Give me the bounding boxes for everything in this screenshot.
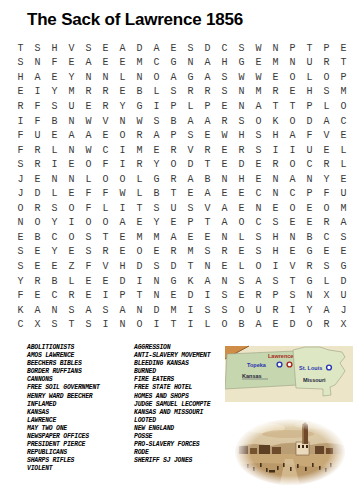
grid-cell: I — [199, 288, 216, 303]
grid-cell: D — [335, 274, 352, 289]
grid-cell: A — [63, 128, 80, 143]
grid-cell: F — [97, 157, 114, 172]
grid-cell: E — [335, 41, 352, 56]
word-list-item: VIOLENT — [27, 465, 100, 473]
grid-cell: R — [199, 143, 216, 158]
grid-cell: W — [131, 114, 148, 129]
grid-cell: R — [233, 143, 250, 158]
grid-cell: E — [284, 245, 301, 260]
grid-cell: F — [29, 99, 46, 114]
label-topeka: Topeka — [247, 362, 267, 368]
grid-cell: S — [29, 41, 46, 56]
grid-cell: S — [97, 303, 114, 318]
grid-cell: G — [131, 99, 148, 114]
grid-cell: J — [12, 172, 29, 187]
grid-cell: A — [29, 70, 46, 85]
grid-cell: Y — [114, 99, 131, 114]
word-list-item: AGGRESSION — [134, 344, 210, 352]
grid-cell: E — [301, 216, 318, 231]
grid-cell: R — [318, 56, 335, 71]
word-list-item: FREE STATE HOTEL — [134, 384, 210, 392]
grid-cell: A — [80, 56, 97, 71]
grid-cell: M — [131, 230, 148, 245]
grid-cell: E — [148, 245, 165, 260]
grid-cell: R — [29, 274, 46, 289]
grid-cell: E — [29, 172, 46, 187]
grid-cell: L — [233, 259, 250, 274]
grid-cell: F — [318, 186, 335, 201]
word-list-item: RODE — [134, 449, 210, 457]
grid-cell: Y — [63, 70, 80, 85]
grid-cell: I — [46, 157, 63, 172]
grid-cell: T — [97, 230, 114, 245]
grid-cell: E — [318, 143, 335, 158]
grid-cell: W — [216, 128, 233, 143]
grid-cell: D — [301, 114, 318, 129]
grid-cell: Y — [12, 274, 29, 289]
grid-cell: O — [80, 216, 97, 231]
grid-cell: A — [114, 303, 131, 318]
grid-cell: S — [46, 201, 63, 216]
grid-cell: E — [63, 157, 80, 172]
grid-cell: T — [199, 157, 216, 172]
grid-cell: T — [301, 41, 318, 56]
grid-cell: S — [12, 259, 29, 274]
grid-cell: I — [97, 288, 114, 303]
word-list-item: BORDER RUFFIANS — [27, 368, 100, 376]
grid-cell: C — [46, 230, 63, 245]
grid-cell: A — [165, 230, 182, 245]
word-list-item: FIRE EATERS — [134, 376, 210, 384]
grid-cell: G — [233, 56, 250, 71]
grid-cell: N — [267, 172, 284, 187]
label-kansas: Kansas — [242, 373, 262, 379]
grid-cell: T — [182, 259, 199, 274]
grid-cell: G — [301, 274, 318, 289]
grid-cell: C — [301, 157, 318, 172]
grid-cell: V — [318, 128, 335, 143]
grid-cell: C — [284, 186, 301, 201]
grid-cell: M — [335, 85, 352, 100]
grid-cell: S — [250, 230, 267, 245]
grid-cell: L — [335, 143, 352, 158]
grid-cell: W — [250, 70, 267, 85]
grid-cell: E — [216, 186, 233, 201]
grid-cell: E — [199, 230, 216, 245]
grid-cell: S — [250, 128, 267, 143]
grid-cell: O — [318, 70, 335, 85]
grid-cell: N — [301, 288, 318, 303]
grid-cell: N — [284, 56, 301, 71]
word-list-item: PRESIDENT PIERCE — [27, 441, 100, 449]
grid-cell: R — [131, 128, 148, 143]
grid-cell: F — [29, 114, 46, 129]
grid-cell: A — [199, 186, 216, 201]
grid-cell: O — [284, 114, 301, 129]
grid-cell: D — [284, 317, 301, 332]
grid-cell: H — [12, 70, 29, 85]
grid-cell: B — [46, 114, 63, 129]
grid-cell: N — [80, 70, 97, 85]
grid-cell: E — [165, 41, 182, 56]
word-list-item: ABOLITIONISTS — [27, 344, 100, 352]
grid-cell: P — [335, 70, 352, 85]
word-list-item: HENRY WARD BEECHER — [27, 393, 100, 401]
grid-cell: R — [165, 143, 182, 158]
grid-cell: E — [301, 201, 318, 216]
grid-cell: P — [114, 288, 131, 303]
grid-cell: P — [165, 99, 182, 114]
grid-cell: E — [250, 157, 267, 172]
grid-cell: S — [46, 317, 63, 332]
grid-cell: U — [335, 288, 352, 303]
grid-cell: O — [63, 201, 80, 216]
grid-cell: H — [46, 41, 63, 56]
grid-cell: S — [216, 70, 233, 85]
grid-cell: L — [318, 274, 335, 289]
grid-cell: E — [284, 216, 301, 231]
grid-cell: P — [284, 41, 301, 56]
word-search-grid: TSHVSEADAESDCSWNPTPESNFEAEEMCGNAHGEMNURT… — [12, 41, 352, 332]
grid-cell: S — [80, 230, 97, 245]
grid-cell: I — [97, 317, 114, 332]
grid-cell: N — [29, 56, 46, 71]
grid-cell: D — [199, 41, 216, 56]
marker-lawrence-icon — [287, 362, 292, 367]
grid-cell: A — [199, 56, 216, 71]
grid-cell: S — [233, 114, 250, 129]
grid-cell: X — [335, 317, 352, 332]
grid-cell: F — [80, 259, 97, 274]
grid-cell: O — [114, 128, 131, 143]
grid-cell: A — [250, 317, 267, 332]
word-list-item: AMOS LAWRENCE — [27, 352, 100, 360]
grid-cell: E — [80, 274, 97, 289]
grid-cell: V — [182, 143, 199, 158]
grid-cell: S — [80, 317, 97, 332]
grid-cell: A — [250, 274, 267, 289]
grid-cell: I — [148, 99, 165, 114]
grid-cell: E — [335, 172, 352, 187]
grid-cell: A — [182, 172, 199, 187]
grid-cell: E — [233, 186, 250, 201]
word-list-item: LAWRENCE — [27, 417, 100, 425]
grid-cell: Y — [318, 172, 335, 187]
grid-cell: K — [267, 114, 284, 129]
grid-cell: F — [301, 128, 318, 143]
word-list-item: FREE SOIL GOVERNMENT — [27, 384, 100, 392]
grid-cell: I — [12, 114, 29, 129]
grid-cell: A — [148, 128, 165, 143]
grid-cell: N — [216, 172, 233, 187]
grid-cell: D — [114, 274, 131, 289]
grid-cell: N — [267, 186, 284, 201]
grid-cell: B — [165, 114, 182, 129]
grid-cell: R — [267, 157, 284, 172]
grid-cell: H — [233, 172, 250, 187]
grid-cell: F — [46, 56, 63, 71]
word-list-item: CANNONS — [27, 376, 100, 384]
grid-cell: L — [318, 99, 335, 114]
grid-cell: O — [165, 157, 182, 172]
grid-cell: A — [148, 41, 165, 56]
grid-cell: W — [250, 41, 267, 56]
grid-cell: X — [318, 288, 335, 303]
grid-cell: R — [301, 259, 318, 274]
grid-cell: E — [267, 317, 284, 332]
grid-cell: R — [318, 317, 335, 332]
grid-cell: T — [284, 99, 301, 114]
grid-cell: R — [250, 288, 267, 303]
marker-st-louis-icon — [327, 365, 332, 370]
word-list-item: JUDGE SAMUEL LECOMPTE — [134, 401, 210, 409]
grid-cell: G — [165, 56, 182, 71]
grid-cell: E — [216, 99, 233, 114]
grid-cell: N — [182, 56, 199, 71]
grid-cell: E — [46, 128, 63, 143]
grid-cell: S — [148, 114, 165, 129]
grid-cell: E — [97, 128, 114, 143]
grid-cell: O — [97, 172, 114, 187]
grid-cell: M — [335, 201, 352, 216]
grid-cell: N — [148, 288, 165, 303]
grid-cell: R — [80, 85, 97, 100]
grid-cell: L — [233, 230, 250, 245]
grid-cell: U — [301, 143, 318, 158]
grid-cell: O — [131, 245, 148, 260]
word-list-item: HOMES AND SHOPS — [134, 393, 210, 401]
grid-cell: N — [97, 70, 114, 85]
grid-cell: A — [182, 114, 199, 129]
grid-cell: L — [182, 99, 199, 114]
grid-cell: N — [148, 274, 165, 289]
grid-cell: R — [12, 99, 29, 114]
grid-cell: O — [80, 157, 97, 172]
grid-cell: I — [148, 317, 165, 332]
grid-cell: L — [80, 172, 97, 187]
grid-cell: E — [114, 85, 131, 100]
grid-cell: E — [97, 41, 114, 56]
grid-cell: B — [46, 274, 63, 289]
grid-cell: M — [165, 303, 182, 318]
grid-cell: R — [165, 172, 182, 187]
grid-cell: I — [114, 157, 131, 172]
grid-cell: V — [97, 114, 114, 129]
grid-cell: O — [301, 317, 318, 332]
grid-cell: Y — [301, 303, 318, 318]
grid-cell: A — [114, 41, 131, 56]
grid-cell: S — [148, 259, 165, 274]
grid-cell: E — [80, 99, 97, 114]
grid-cell: N — [250, 201, 267, 216]
grid-cell: R — [199, 85, 216, 100]
word-list-item: NEWSPAPER OFFICES — [27, 433, 100, 441]
grid-cell: O — [318, 201, 335, 216]
grid-cell: H — [114, 259, 131, 274]
word-list-item: REPUBLICANS — [27, 449, 100, 457]
grid-cell: E — [335, 245, 352, 260]
word-list-column1: ABOLITIONISTSAMOS LAWRENCEBEECHERS BIBLE… — [27, 344, 100, 474]
grid-cell: S — [63, 303, 80, 318]
grid-cell: N — [216, 230, 233, 245]
grid-cell: E — [12, 85, 29, 100]
grid-cell: A — [318, 114, 335, 129]
grid-cell: G — [182, 70, 199, 85]
grid-cell: S — [335, 230, 352, 245]
grid-cell: A — [114, 216, 131, 231]
grid-cell: X — [29, 317, 46, 332]
grid-cell: A — [216, 201, 233, 216]
label-st-louis: St. Louis — [299, 365, 322, 371]
grid-cell: C — [12, 317, 29, 332]
grid-cell: I — [182, 303, 199, 318]
grid-cell: A — [250, 99, 267, 114]
grid-cell: T — [335, 56, 352, 71]
grid-cell: C — [97, 143, 114, 158]
grid-cell: S — [46, 99, 63, 114]
grid-cell: R — [97, 245, 114, 260]
grid-cell: S — [216, 85, 233, 100]
grid-cell: S — [199, 245, 216, 260]
word-list-item: MAY TWO ONE — [27, 425, 100, 433]
grid-cell: E — [267, 201, 284, 216]
grid-cell: E — [114, 56, 131, 71]
grid-cell: O — [284, 70, 301, 85]
grid-cell: L — [63, 274, 80, 289]
grid-cell: R — [97, 85, 114, 100]
grid-cell: S — [182, 128, 199, 143]
grid-cell: Y — [148, 216, 165, 231]
grid-cell: E — [233, 288, 250, 303]
grid-cell: E — [216, 143, 233, 158]
grid-cell: U — [165, 201, 182, 216]
grid-cell: Y — [46, 216, 63, 231]
grid-cell: D — [29, 186, 46, 201]
grid-cell: Y — [46, 85, 63, 100]
grid-cell: U — [29, 128, 46, 143]
grid-cell: R — [165, 245, 182, 260]
grid-cell: E — [63, 245, 80, 260]
grid-cell: I — [284, 303, 301, 318]
grid-cell: A — [284, 172, 301, 187]
grid-cell: D — [131, 259, 148, 274]
grid-cell: M — [131, 143, 148, 158]
grid-cell: E — [216, 157, 233, 172]
grid-cell: M — [182, 245, 199, 260]
grid-cell: I — [284, 143, 301, 158]
grid-cell: U — [335, 186, 352, 201]
grid-cell: F — [80, 201, 97, 216]
grid-cell: E — [29, 245, 46, 260]
grid-cell: E — [97, 274, 114, 289]
grid-cell: L — [199, 317, 216, 332]
grid-cell: A — [284, 128, 301, 143]
grid-cell: A — [318, 303, 335, 318]
grid-cell: S — [165, 85, 182, 100]
grid-cell: P — [165, 128, 182, 143]
grid-cell: C — [250, 216, 267, 231]
grid-cell: E — [63, 56, 80, 71]
grid-cell: E — [114, 230, 131, 245]
grid-cell: E — [148, 143, 165, 158]
grid-cell: S — [199, 303, 216, 318]
grid-cell: N — [131, 70, 148, 85]
grid-cell: E — [233, 245, 250, 260]
grid-cell: B — [29, 230, 46, 245]
grid-cell: S — [80, 41, 97, 56]
grid-cell: M — [250, 85, 267, 100]
grid-cell: N — [199, 259, 216, 274]
grid-cell: H — [267, 128, 284, 143]
word-list-item: KANSAS — [27, 409, 100, 417]
grid-cell: V — [63, 41, 80, 56]
grid-cell: A — [199, 114, 216, 129]
grid-cell: B — [148, 186, 165, 201]
grid-cell: S — [80, 245, 97, 260]
grid-cell: J — [335, 303, 352, 318]
grid-cell: R — [182, 85, 199, 100]
grid-cell: M — [148, 230, 165, 245]
word-list-item: SHARPS RIFLES — [27, 457, 100, 465]
lawrence-ruins-illustration — [233, 417, 349, 489]
grid-cell: E — [63, 186, 80, 201]
grid-cell: M — [267, 56, 284, 71]
grid-cell: I — [267, 259, 284, 274]
grid-cell: E — [131, 216, 148, 231]
grid-cell: J — [12, 186, 29, 201]
grid-cell: R — [216, 114, 233, 129]
grid-cell: P — [301, 186, 318, 201]
grid-cell: F — [12, 143, 29, 158]
word-list-item: BEECHERS BIBLES — [27, 360, 100, 368]
grid-cell: O — [12, 201, 29, 216]
grid-cell: R — [267, 303, 284, 318]
grid-cell: R — [267, 85, 284, 100]
grid-cell: S — [233, 274, 250, 289]
grid-cell: E — [318, 245, 335, 260]
grid-cell: E — [80, 288, 97, 303]
grid-cell: E — [46, 70, 63, 85]
grid-cell: O — [233, 303, 250, 318]
grid-cell: T — [267, 99, 284, 114]
grid-cell: D — [165, 259, 182, 274]
grid-cell: C — [46, 288, 63, 303]
grid-cell: R — [29, 157, 46, 172]
grid-cell: H — [267, 245, 284, 260]
grid-cell: A — [80, 303, 97, 318]
grid-cell: E — [267, 70, 284, 85]
grid-cell: D — [182, 288, 199, 303]
grid-cell: G — [301, 245, 318, 260]
word-list-item: SHERIFF SJ JONES — [134, 457, 210, 465]
grid-cell: H — [301, 85, 318, 100]
grid-cell: S — [182, 41, 199, 56]
grid-cell: T — [131, 201, 148, 216]
grid-cell: S — [284, 288, 301, 303]
grid-cell: A — [165, 70, 182, 85]
grid-cell: K — [182, 274, 199, 289]
grid-cell: F — [12, 288, 29, 303]
word-list-item: POSSE — [134, 433, 210, 441]
grid-cell: S — [12, 245, 29, 260]
grid-cell: E — [199, 128, 216, 143]
grid-cell: L — [114, 70, 131, 85]
grid-cell: R — [318, 216, 335, 231]
grid-cell: L — [46, 143, 63, 158]
grid-cell: N — [63, 114, 80, 129]
marker-topeka-icon — [277, 362, 282, 367]
grid-cell: E — [250, 56, 267, 71]
